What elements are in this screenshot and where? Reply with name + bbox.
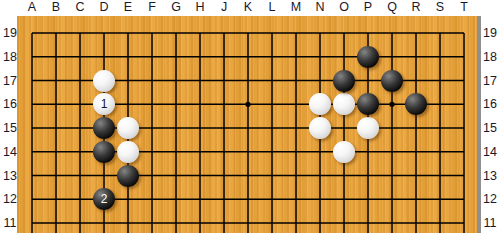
go-app-window: ABCDEFGHJKLMNOPQRST 191817161514131211 1… [0,0,500,233]
stone-white-P15 [357,117,379,139]
star-point-K16 [245,102,250,107]
column-label-T: T [453,0,475,15]
row-label-left-19: 19 [0,25,20,41]
row-label-right-18: 18 [480,49,500,65]
row-label-right-14: 14 [480,144,500,160]
star-point-Q16 [389,102,394,107]
column-label-D: D [93,0,115,15]
column-label-S: S [429,0,451,15]
row-label-left-17: 17 [0,73,20,89]
stone-black-O17 [333,70,355,92]
column-label-R: R [405,0,427,15]
column-label-F: F [141,0,163,15]
column-label-M: M [285,0,307,15]
column-label-H: H [189,0,211,15]
stone-white-E15 [117,117,139,139]
column-label-B: B [45,0,67,15]
stone-black-P18 [357,46,379,68]
stone-black-D14 [93,141,115,163]
move-number-label: 2 [101,192,108,206]
stone-white-D17 [93,70,115,92]
row-label-left-18: 18 [0,49,20,65]
row-label-left-13: 13 [0,168,20,184]
row-label-right-17: 17 [480,73,500,89]
row-label-left-16: 16 [0,96,20,112]
stone-white-N15 [309,117,331,139]
row-label-right-15: 15 [480,120,500,136]
column-label-L: L [261,0,283,15]
row-label-right-13: 13 [480,168,500,184]
column-label-E: E [117,0,139,15]
board-grid [17,16,477,233]
column-label-C: C [69,0,91,15]
column-label-Q: Q [381,0,403,15]
column-label-O: O [333,0,355,15]
stone-white-E14 [117,141,139,163]
column-label-K: K [237,0,259,15]
column-label-J: J [213,0,235,15]
row-label-left-15: 15 [0,120,20,136]
row-label-right-11: 11 [480,215,500,231]
stone-black-Q17 [381,70,403,92]
stone-white-O14 [333,141,355,163]
column-label-N: N [309,0,331,15]
row-label-left-12: 12 [0,191,20,207]
stone-black-E13 [117,165,139,187]
row-label-left-11: 11 [0,215,20,231]
row-label-left-14: 14 [0,144,20,160]
row-label-right-16: 16 [480,96,500,112]
stone-black-D15 [93,117,115,139]
column-label-G: G [165,0,187,15]
row-label-right-19: 19 [480,25,500,41]
move-number-label: 1 [101,97,108,111]
column-label-P: P [357,0,379,15]
column-label-A: A [21,0,43,15]
row-label-right-12: 12 [480,191,500,207]
